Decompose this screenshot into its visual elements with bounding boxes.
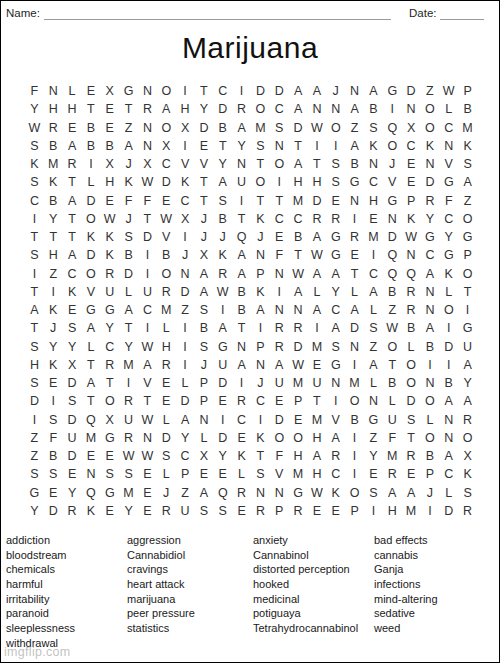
grid-cell-r6c9[interactable]: K [176,173,195,191]
grid-cell-r12c15[interactable]: A [289,283,308,301]
grid-cell-r2c17[interactable]: N [326,100,345,118]
grid-cell-r1c6[interactable]: G [119,82,138,100]
grid-cell-r17c22[interactable]: N [421,374,440,392]
grid-cell-r23c13[interactable]: N [251,484,270,502]
grid-cell-r19c13[interactable]: I [251,411,270,429]
grid-cell-r18c24[interactable]: A [458,392,477,410]
grid-cell-r22c14[interactable]: V [270,465,289,483]
grid-cell-r1c20[interactable]: G [383,82,402,100]
grid-cell-r9c5[interactable]: K [100,228,119,246]
grid-cell-r18c14[interactable]: E [270,392,289,410]
grid-cell-r22c24[interactable]: K [458,465,477,483]
grid-cell-r6c6[interactable]: K [119,173,138,191]
grid-cell-r11c15[interactable]: W [289,265,308,283]
grid-cell-r1c13[interactable]: D [251,82,270,100]
grid-cell-r20c2[interactable]: F [44,429,63,447]
grid-cell-r6c21[interactable]: E [402,173,421,191]
grid-cell-r8c4[interactable]: O [82,210,101,228]
grid-cell-r17c4[interactable]: A [82,374,101,392]
grid-cell-r8c21[interactable]: K [402,210,421,228]
grid-cell-r17c9[interactable]: L [176,374,195,392]
grid-cell-r5c8[interactable]: C [157,155,176,173]
grid-cell-r12c3[interactable]: K [63,283,82,301]
grid-cell-r17c3[interactable]: D [63,374,82,392]
grid-cell-r13c12[interactable]: B [232,301,251,319]
grid-cell-r22c23[interactable]: C [439,465,458,483]
grid-cell-r19c17[interactable]: V [326,411,345,429]
grid-cell-r12c13[interactable]: K [251,283,270,301]
grid-cell-r15c16[interactable]: M [308,338,327,356]
grid-cell-r9c9[interactable]: I [176,228,195,246]
grid-cell-r18c7[interactable]: T [138,392,157,410]
grid-cell-r22c22[interactable]: P [421,465,440,483]
grid-cell-r9c17[interactable]: G [326,228,345,246]
grid-cell-r11c16[interactable]: A [308,265,327,283]
grid-cell-r4c10[interactable]: E [195,137,214,155]
grid-cell-r24c9[interactable]: U [176,502,195,520]
grid-cell-r8c6[interactable]: J [119,210,138,228]
grid-cell-r7c5[interactable]: E [100,192,119,210]
grid-cell-r21c24[interactable]: X [458,447,477,465]
grid-cell-r13c20[interactable]: Z [383,301,402,319]
grid-cell-r2c11[interactable]: D [213,100,232,118]
grid-cell-r14c17[interactable]: A [326,319,345,337]
grid-cell-r5c7[interactable]: X [138,155,157,173]
grid-cell-r4c21[interactable]: C [402,137,421,155]
grid-cell-r8c9[interactable]: X [176,210,195,228]
grid-cell-r15c4[interactable]: L [82,338,101,356]
grid-cell-r21c6[interactable]: W [119,447,138,465]
grid-cell-r23c23[interactable]: L [439,484,458,502]
grid-cell-r7c13[interactable]: T [251,192,270,210]
grid-cell-r1c18[interactable]: N [345,82,364,100]
grid-cell-r2c5[interactable]: E [100,100,119,118]
grid-cell-r9c23[interactable]: Y [439,228,458,246]
grid-cell-r21c20[interactable]: M [383,447,402,465]
grid-cell-r15c13[interactable]: P [251,338,270,356]
grid-cell-r17c6[interactable]: I [119,374,138,392]
grid-cell-r7c1[interactable]: C [25,192,44,210]
grid-cell-r19c6[interactable]: U [119,411,138,429]
grid-cell-r17c14[interactable]: U [270,374,289,392]
grid-cell-r9c21[interactable]: W [402,228,421,246]
grid-cell-r11c20[interactable]: Q [383,265,402,283]
grid-cell-r14c4[interactable]: A [82,319,101,337]
grid-cell-r2c1[interactable]: Y [25,100,44,118]
grid-cell-r3c5[interactable]: E [100,119,119,137]
grid-cell-r10c2[interactable]: H [44,246,63,264]
grid-cell-r13c9[interactable]: Z [176,301,195,319]
grid-cell-r16c22[interactable]: I [421,356,440,374]
grid-cell-r21c15[interactable]: H [289,447,308,465]
grid-cell-r3c17[interactable]: O [326,119,345,137]
grid-cell-r8c22[interactable]: Y [421,210,440,228]
grid-cell-r19c14[interactable]: D [270,411,289,429]
grid-cell-r18c5[interactable]: O [100,392,119,410]
grid-cell-r11c17[interactable]: A [326,265,345,283]
grid-cell-r7c8[interactable]: E [157,192,176,210]
grid-cell-r21c8[interactable]: S [157,447,176,465]
grid-cell-r10c6[interactable]: B [119,246,138,264]
grid-cell-r2c3[interactable]: H [63,100,82,118]
grid-cell-r7c16[interactable]: D [308,192,327,210]
grid-cell-r16c2[interactable]: K [44,356,63,374]
grid-cell-r3c9[interactable]: X [176,119,195,137]
grid-cell-r18c10[interactable]: P [195,392,214,410]
grid-cell-r13c13[interactable]: A [251,301,270,319]
grid-cell-r9c6[interactable]: S [119,228,138,246]
grid-cell-r20c23[interactable]: N [439,429,458,447]
grid-cell-r4c14[interactable]: N [270,137,289,155]
grid-cell-r17c8[interactable]: E [157,374,176,392]
grid-cell-r11c4[interactable]: O [82,265,101,283]
grid-cell-r24c21[interactable]: M [402,502,421,520]
grid-cell-r20c13[interactable]: K [251,429,270,447]
grid-cell-r23c6[interactable]: M [119,484,138,502]
grid-cell-r17c2[interactable]: E [44,374,63,392]
grid-cell-r2c21[interactable]: N [402,100,421,118]
grid-cell-r18c15[interactable]: P [289,392,308,410]
grid-cell-r7c12[interactable]: I [232,192,251,210]
grid-cell-r22c13[interactable]: S [251,465,270,483]
grid-cell-r7c20[interactable]: G [383,192,402,210]
grid-cell-r15c7[interactable]: W [138,338,157,356]
grid-cell-r19c4[interactable]: Q [82,411,101,429]
grid-cell-r2c20[interactable]: I [383,100,402,118]
grid-cell-r13c16[interactable]: A [308,301,327,319]
grid-cell-r2c22[interactable]: O [421,100,440,118]
grid-cell-r15c17[interactable]: S [326,338,345,356]
grid-cell-r8c2[interactable]: Y [44,210,63,228]
grid-cell-r7c11[interactable]: S [213,192,232,210]
grid-cell-r19c12[interactable]: C [232,411,251,429]
grid-cell-r14c7[interactable]: I [138,319,157,337]
grid-cell-r22c2[interactable]: S [44,465,63,483]
grid-cell-r16c3[interactable]: X [63,356,82,374]
grid-cell-r17c11[interactable]: D [213,374,232,392]
grid-cell-r17c17[interactable]: N [326,374,345,392]
grid-cell-r24c7[interactable]: E [138,502,157,520]
grid-cell-r14c6[interactable]: T [119,319,138,337]
grid-cell-r17c1[interactable]: S [25,374,44,392]
grid-cell-r4c15[interactable]: T [289,137,308,155]
grid-cell-r15c3[interactable]: Y [63,338,82,356]
grid-cell-r15c24[interactable]: U [458,338,477,356]
grid-cell-r17c20[interactable]: B [383,374,402,392]
grid-cell-r9c12[interactable]: Q [232,228,251,246]
grid-cell-r24c22[interactable]: I [421,502,440,520]
grid-cell-r10c18[interactable]: E [345,246,364,264]
grid-cell-r6c17[interactable]: S [326,173,345,191]
grid-cell-r18c8[interactable]: E [157,392,176,410]
grid-cell-r13c23[interactable]: O [439,301,458,319]
grid-cell-r13c10[interactable]: S [195,301,214,319]
grid-cell-r17c15[interactable]: M [289,374,308,392]
grid-cell-r21c16[interactable]: A [308,447,327,465]
grid-cell-r22c1[interactable]: S [25,465,44,483]
grid-cell-r10c19[interactable]: I [364,246,383,264]
grid-cell-r14c3[interactable]: S [63,319,82,337]
grid-cell-r10c23[interactable]: G [439,246,458,264]
grid-cell-r18c1[interactable]: D [25,392,44,410]
grid-cell-r12c14[interactable]: I [270,283,289,301]
grid-cell-r17c16[interactable]: U [308,374,327,392]
grid-cell-r12c6[interactable]: L [119,283,138,301]
grid-cell-r16c4[interactable]: T [82,356,101,374]
grid-cell-r4c12[interactable]: Y [232,137,251,155]
grid-cell-r20c22[interactable]: O [421,429,440,447]
grid-cell-r19c16[interactable]: M [308,411,327,429]
grid-cell-r11c11[interactable]: R [213,265,232,283]
grid-cell-r8c11[interactable]: B [213,210,232,228]
grid-cell-r4c16[interactable]: I [308,137,327,155]
grid-cell-r21c12[interactable]: K [232,447,251,465]
grid-cell-r9c1[interactable]: T [25,228,44,246]
grid-cell-r21c23[interactable]: A [439,447,458,465]
grid-cell-r24c6[interactable]: Y [119,502,138,520]
grid-cell-r6c4[interactable]: L [82,173,101,191]
grid-cell-r10c17[interactable]: G [326,246,345,264]
grid-cell-r10c15[interactable]: T [289,246,308,264]
grid-cell-r13c19[interactable]: L [364,301,383,319]
grid-cell-r11c14[interactable]: N [270,265,289,283]
grid-cell-r19c2[interactable]: S [44,411,63,429]
grid-cell-r23c3[interactable]: Y [63,484,82,502]
grid-cell-r15c18[interactable]: N [345,338,364,356]
grid-cell-r17c10[interactable]: P [195,374,214,392]
grid-cell-r16c7[interactable]: A [138,356,157,374]
grid-cell-r8c18[interactable]: I [345,210,364,228]
grid-cell-r5c9[interactable]: V [176,155,195,173]
grid-cell-r14c22[interactable]: A [421,319,440,337]
grid-cell-r24c19[interactable]: I [364,502,383,520]
grid-cell-r19c5[interactable]: X [100,411,119,429]
grid-cell-r1c3[interactable]: L [63,82,82,100]
grid-cell-r16c20[interactable]: T [383,356,402,374]
grid-cell-r12c9[interactable]: D [176,283,195,301]
grid-cell-r9c24[interactable]: G [458,228,477,246]
grid-cell-r10c11[interactable]: K [213,246,232,264]
grid-cell-r9c4[interactable]: K [82,228,101,246]
grid-cell-r4c23[interactable]: N [439,137,458,155]
grid-cell-r7c3[interactable]: A [63,192,82,210]
grid-cell-r8c24[interactable]: O [458,210,477,228]
grid-cell-r7c24[interactable]: Z [458,192,477,210]
grid-cell-r14c2[interactable]: J [44,319,63,337]
grid-cell-r24c23[interactable]: D [439,502,458,520]
grid-cell-r5c20[interactable]: J [383,155,402,173]
grid-cell-r16c14[interactable]: A [270,356,289,374]
grid-cell-r21c21[interactable]: R [402,447,421,465]
grid-cell-r7c17[interactable]: E [326,192,345,210]
grid-cell-r14c13[interactable]: I [251,319,270,337]
grid-cell-r7c7[interactable]: F [138,192,157,210]
grid-cell-r8c5[interactable]: W [100,210,119,228]
grid-cell-r18c20[interactable]: L [383,392,402,410]
grid-cell-r6c10[interactable]: T [195,173,214,191]
grid-cell-r6c23[interactable]: G [439,173,458,191]
grid-cell-r22c5[interactable]: S [100,465,119,483]
grid-cell-r14c5[interactable]: Y [100,319,119,337]
grid-cell-r15c22[interactable]: B [421,338,440,356]
grid-cell-r15c6[interactable]: Y [119,338,138,356]
grid-cell-r5c10[interactable]: V [195,155,214,173]
grid-cell-r1c9[interactable]: I [176,82,195,100]
grid-cell-r10c24[interactable]: P [458,246,477,264]
grid-cell-r23c18[interactable]: O [345,484,364,502]
grid-cell-r19c19[interactable]: G [364,411,383,429]
grid-cell-r10c5[interactable]: K [100,246,119,264]
grid-cell-r6c1[interactable]: S [25,173,44,191]
grid-cell-r6c16[interactable]: H [308,173,327,191]
grid-cell-r1c10[interactable]: T [195,82,214,100]
grid-cell-r22c16[interactable]: H [308,465,327,483]
grid-cell-r9c18[interactable]: R [345,228,364,246]
grid-cell-r17c21[interactable]: O [402,374,421,392]
grid-cell-r5c24[interactable]: S [458,155,477,173]
grid-cell-r9c15[interactable]: B [289,228,308,246]
grid-cell-r3c1[interactable]: W [25,119,44,137]
grid-cell-r15c11[interactable]: G [213,338,232,356]
grid-cell-r18c13[interactable]: C [251,392,270,410]
grid-cell-r1c11[interactable]: C [213,82,232,100]
grid-cell-r16c16[interactable]: E [308,356,327,374]
grid-cell-r14c14[interactable]: R [270,319,289,337]
grid-cell-r11c23[interactable]: K [439,265,458,283]
grid-cell-r7c9[interactable]: C [176,192,195,210]
grid-cell-r18c17[interactable]: I [326,392,345,410]
grid-cell-r9c14[interactable]: E [270,228,289,246]
grid-cell-r8c1[interactable]: I [25,210,44,228]
grid-cell-r13c8[interactable]: M [157,301,176,319]
grid-cell-r4c19[interactable]: K [364,137,383,155]
grid-cell-r19c22[interactable]: L [421,411,440,429]
grid-cell-r4c1[interactable]: S [25,137,44,155]
grid-cell-r17c19[interactable]: L [364,374,383,392]
grid-cell-r4c3[interactable]: A [63,137,82,155]
grid-cell-r7c18[interactable]: N [345,192,364,210]
grid-cell-r3c24[interactable]: M [458,119,477,137]
grid-cell-r1c15[interactable]: A [289,82,308,100]
grid-cell-r19c18[interactable]: B [345,411,364,429]
grid-cell-r1c12[interactable]: I [232,82,251,100]
grid-cell-r22c21[interactable]: E [402,465,421,483]
grid-cell-r10c20[interactable]: Q [383,246,402,264]
grid-cell-r5c6[interactable]: J [119,155,138,173]
grid-cell-r8c20[interactable]: N [383,210,402,228]
grid-cell-r11c21[interactable]: Q [402,265,421,283]
grid-cell-r19c1[interactable]: I [25,411,44,429]
grid-cell-r13c2[interactable]: K [44,301,63,319]
grid-cell-r23c19[interactable]: S [364,484,383,502]
grid-cell-r2c23[interactable]: L [439,100,458,118]
grid-cell-r7c14[interactable]: T [270,192,289,210]
grid-cell-r20c11[interactable]: D [213,429,232,447]
grid-cell-r6c20[interactable]: V [383,173,402,191]
grid-cell-r20c17[interactable]: A [326,429,345,447]
grid-cell-r23c22[interactable]: J [421,484,440,502]
grid-cell-r3c18[interactable]: Z [345,119,364,137]
grid-cell-r10c13[interactable]: N [251,246,270,264]
grid-cell-r18c12[interactable]: R [232,392,251,410]
grid-cell-r3c16[interactable]: W [308,119,327,137]
grid-cell-r5c11[interactable]: Y [213,155,232,173]
grid-cell-r24c3[interactable]: R [63,502,82,520]
grid-cell-r6c7[interactable]: W [138,173,157,191]
grid-cell-r9c3[interactable]: T [63,228,82,246]
grid-cell-r19c3[interactable]: D [63,411,82,429]
grid-cell-r11c12[interactable]: A [232,265,251,283]
grid-cell-r23c20[interactable]: A [383,484,402,502]
grid-cell-r5c21[interactable]: E [402,155,421,173]
grid-cell-r9c13[interactable]: J [251,228,270,246]
grid-cell-r17c18[interactable]: M [345,374,364,392]
grid-cell-r12c18[interactable]: L [345,283,364,301]
grid-cell-r17c12[interactable]: I [232,374,251,392]
grid-cell-r2c13[interactable]: O [251,100,270,118]
grid-cell-r2c4[interactable]: T [82,100,101,118]
grid-cell-r8c7[interactable]: T [138,210,157,228]
grid-cell-r17c13[interactable]: J [251,374,270,392]
grid-cell-r7c10[interactable]: T [195,192,214,210]
grid-cell-r16c17[interactable]: G [326,356,345,374]
grid-cell-r13c18[interactable]: A [345,301,364,319]
grid-cell-r6c2[interactable]: K [44,173,63,191]
grid-cell-r12c16[interactable]: L [308,283,327,301]
grid-cell-r19c24[interactable]: R [458,411,477,429]
grid-cell-r18c19[interactable]: N [364,392,383,410]
grid-cell-r4c8[interactable]: X [157,137,176,155]
grid-cell-r24c2[interactable]: D [44,502,63,520]
grid-cell-r3c21[interactable]: X [402,119,421,137]
grid-cell-r10c22[interactable]: C [421,246,440,264]
grid-cell-r9c7[interactable]: D [138,228,157,246]
grid-cell-r11c13[interactable]: P [251,265,270,283]
grid-cell-r7c2[interactable]: B [44,192,63,210]
grid-cell-r15c14[interactable]: R [270,338,289,356]
grid-cell-r3c22[interactable]: O [421,119,440,137]
grid-cell-r18c16[interactable]: T [308,392,327,410]
grid-cell-r14c10[interactable]: B [195,319,214,337]
grid-cell-r14c19[interactable]: S [364,319,383,337]
grid-cell-r5c14[interactable]: O [270,155,289,173]
grid-cell-r20c10[interactable]: L [195,429,214,447]
grid-cell-r16c18[interactable]: I [345,356,364,374]
grid-cell-r11c3[interactable]: C [63,265,82,283]
grid-cell-r2c9[interactable]: H [176,100,195,118]
grid-cell-r18c18[interactable]: O [345,392,364,410]
grid-cell-r12c21[interactable]: R [402,283,421,301]
grid-cell-r13c7[interactable]: C [138,301,157,319]
grid-cell-r4c17[interactable]: I [326,137,345,155]
grid-cell-r23c17[interactable]: K [326,484,345,502]
grid-cell-r6c22[interactable]: D [421,173,440,191]
grid-cell-r23c8[interactable]: J [157,484,176,502]
grid-cell-r14c18[interactable]: D [345,319,364,337]
grid-cell-r3c2[interactable]: R [44,119,63,137]
grid-cell-r17c5[interactable]: T [100,374,119,392]
grid-cell-r12c12[interactable]: B [232,283,251,301]
grid-cell-r23c2[interactable]: E [44,484,63,502]
grid-cell-r20c15[interactable]: O [289,429,308,447]
grid-cell-r9c16[interactable]: A [308,228,327,246]
grid-cell-r24c16[interactable]: E [308,502,327,520]
grid-cell-r20c19[interactable]: Z [364,429,383,447]
grid-cell-r1c5[interactable]: X [100,82,119,100]
grid-cell-r19c11[interactable]: I [213,411,232,429]
grid-cell-r18c22[interactable]: O [421,392,440,410]
grid-cell-r5c5[interactable]: X [100,155,119,173]
